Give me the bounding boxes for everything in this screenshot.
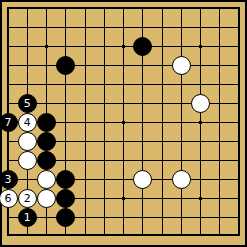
- white-stone: [133, 170, 152, 189]
- black-stone: [37, 132, 56, 151]
- white-stone: [191, 94, 210, 113]
- grid-line-vertical: [162, 9, 163, 235]
- white-stone: [172, 56, 191, 75]
- black-stone: [133, 37, 152, 56]
- move-5-black-stone: 5: [18, 94, 37, 113]
- white-stone: [18, 151, 37, 170]
- star-point: [45, 45, 48, 48]
- grid-line-horizontal: [9, 27, 239, 28]
- black-stone: [56, 56, 75, 75]
- black-stone: [37, 113, 56, 132]
- grid-line-horizontal: [9, 65, 239, 66]
- white-stone: [37, 170, 56, 189]
- move-4-white-stone: 4: [18, 113, 37, 132]
- star-point: [199, 121, 202, 124]
- star-point: [122, 197, 125, 200]
- black-stone: [56, 170, 75, 189]
- star-point: [122, 121, 125, 124]
- move-6-white-stone: 6: [0, 189, 18, 208]
- white-stone: [18, 132, 37, 151]
- grid-line-vertical: [219, 9, 220, 235]
- grid-line-vertical: [181, 9, 182, 235]
- move-7-black-stone: 7: [0, 113, 18, 132]
- move-3-black-stone: 3: [0, 170, 18, 189]
- move-1-black-stone: 1: [18, 208, 37, 227]
- black-stone: [56, 208, 75, 227]
- grid-line-horizontal: [9, 84, 239, 85]
- white-stone: [37, 189, 56, 208]
- star-point: [199, 197, 202, 200]
- black-stone: [37, 151, 56, 170]
- star-point: [122, 45, 125, 48]
- grid-line-horizontal: [9, 217, 239, 218]
- white-stone: [172, 170, 191, 189]
- star-point: [199, 45, 202, 48]
- black-stone: [56, 189, 75, 208]
- go-diagram: 5743621: [0, 0, 247, 247]
- move-2-white-stone: 2: [18, 189, 37, 208]
